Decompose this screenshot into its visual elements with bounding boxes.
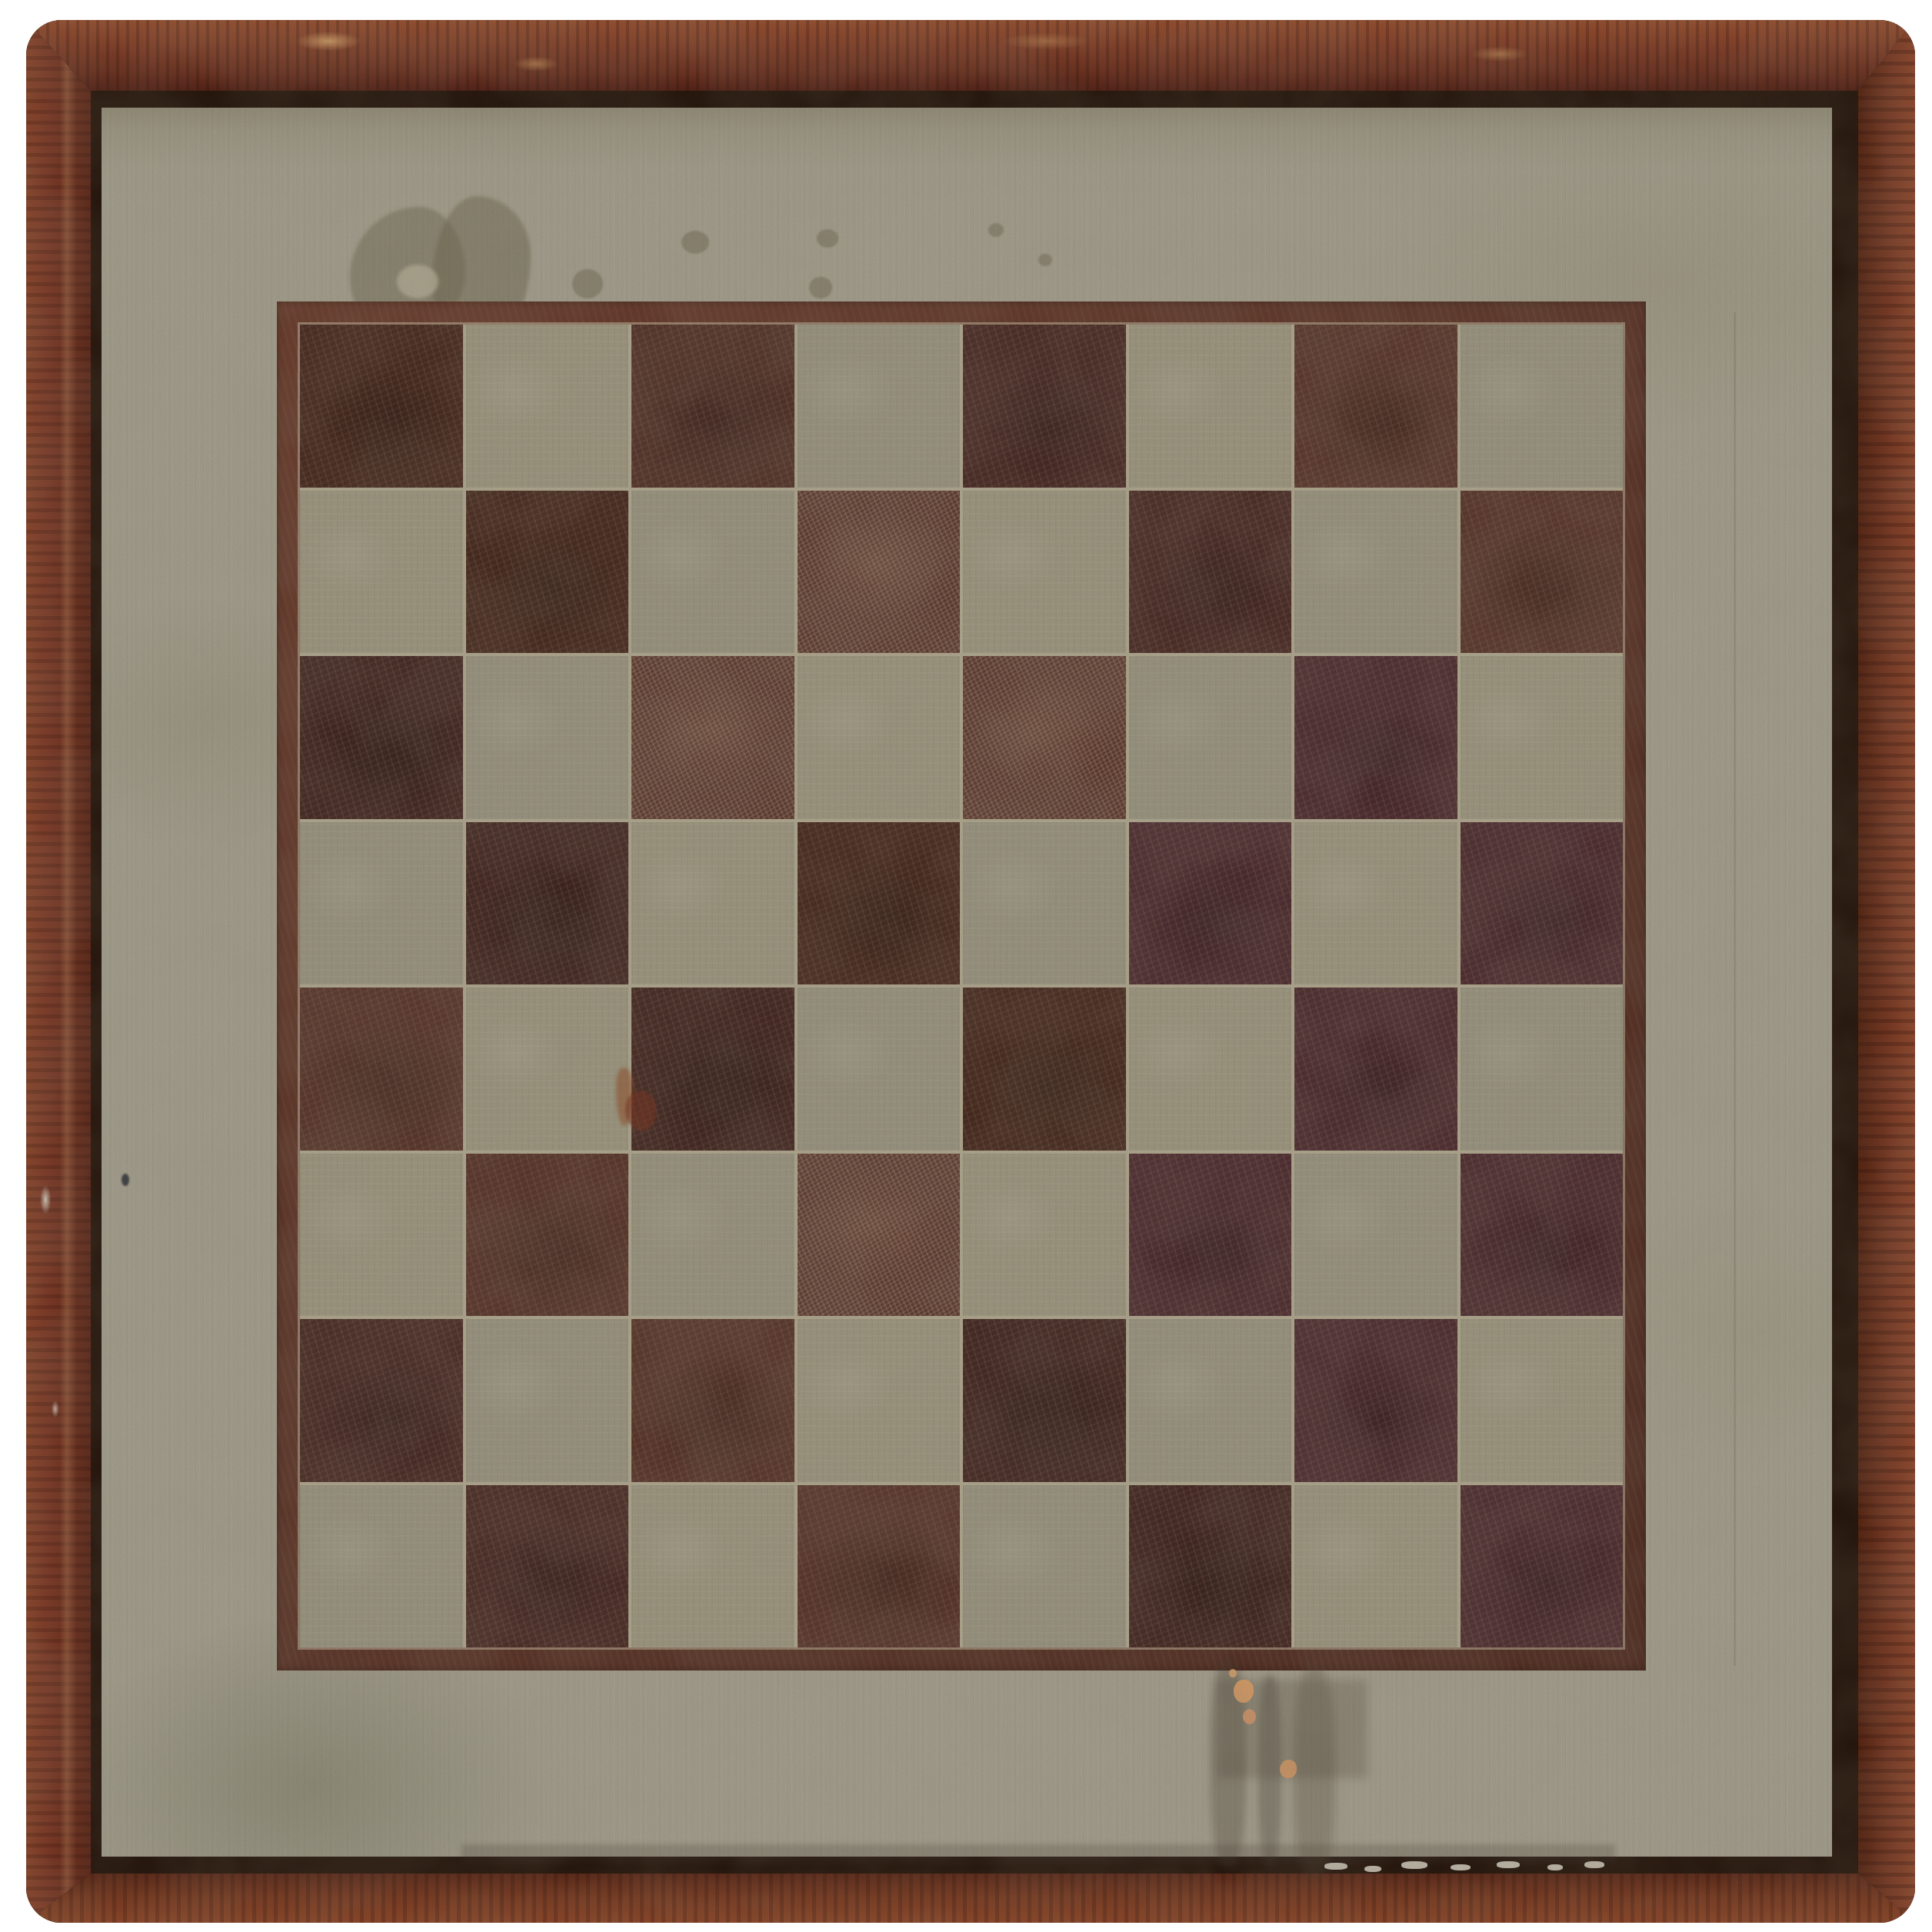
square-f5[interactable] bbox=[1129, 822, 1292, 985]
square-h6[interactable] bbox=[1461, 656, 1624, 819]
square-b5[interactable] bbox=[466, 822, 629, 985]
frame-right-rail bbox=[1858, 20, 1915, 1923]
checkerboard-grid bbox=[300, 325, 1623, 1647]
square-g3[interactable] bbox=[1294, 1154, 1457, 1317]
square-h1[interactable] bbox=[1461, 1485, 1624, 1648]
square-d7[interactable] bbox=[798, 491, 961, 654]
square-f1[interactable] bbox=[1129, 1485, 1292, 1648]
square-d1[interactable] bbox=[798, 1485, 961, 1648]
square-b1[interactable] bbox=[466, 1485, 629, 1648]
square-h4[interactable] bbox=[1461, 988, 1624, 1151]
frame-left-rail bbox=[26, 20, 91, 1923]
square-d3[interactable] bbox=[798, 1154, 961, 1317]
square-f2[interactable] bbox=[1129, 1319, 1292, 1482]
square-e5[interactable] bbox=[963, 822, 1126, 985]
square-b2[interactable] bbox=[466, 1319, 629, 1482]
square-h8[interactable] bbox=[1461, 325, 1624, 488]
square-e6[interactable] bbox=[963, 656, 1126, 819]
square-b7[interactable] bbox=[466, 491, 629, 654]
square-g5[interactable] bbox=[1294, 822, 1457, 985]
square-d2[interactable] bbox=[798, 1319, 961, 1482]
square-a2[interactable] bbox=[300, 1319, 463, 1482]
square-c5[interactable] bbox=[631, 822, 794, 985]
square-d8[interactable] bbox=[798, 325, 961, 488]
square-a5[interactable] bbox=[300, 822, 463, 985]
square-a8[interactable] bbox=[300, 325, 463, 488]
square-e8[interactable] bbox=[963, 325, 1126, 488]
square-a6[interactable] bbox=[300, 656, 463, 819]
square-g7[interactable] bbox=[1294, 491, 1457, 654]
square-c6[interactable] bbox=[631, 656, 794, 819]
grid-border bbox=[277, 301, 1646, 1671]
square-f4[interactable] bbox=[1129, 988, 1292, 1151]
square-e2[interactable] bbox=[963, 1319, 1126, 1482]
square-g8[interactable] bbox=[1294, 325, 1457, 488]
game-board bbox=[26, 20, 1915, 1923]
square-b6[interactable] bbox=[466, 656, 629, 819]
frame-top-rail bbox=[26, 20, 1915, 91]
square-g2[interactable] bbox=[1294, 1319, 1457, 1482]
square-c2[interactable] bbox=[631, 1319, 794, 1482]
square-e7[interactable] bbox=[963, 491, 1126, 654]
square-d4[interactable] bbox=[798, 988, 961, 1151]
square-g6[interactable] bbox=[1294, 656, 1457, 819]
square-f8[interactable] bbox=[1129, 325, 1292, 488]
square-c7[interactable] bbox=[631, 491, 794, 654]
square-g1[interactable] bbox=[1294, 1485, 1457, 1648]
square-d6[interactable] bbox=[798, 656, 961, 819]
square-a4[interactable] bbox=[300, 988, 463, 1151]
square-h2[interactable] bbox=[1461, 1319, 1624, 1482]
square-h7[interactable] bbox=[1461, 491, 1624, 654]
square-f7[interactable] bbox=[1129, 491, 1292, 654]
square-b3[interactable] bbox=[466, 1154, 629, 1317]
square-e1[interactable] bbox=[963, 1485, 1126, 1648]
square-c8[interactable] bbox=[631, 325, 794, 488]
square-c1[interactable] bbox=[631, 1485, 794, 1648]
square-a7[interactable] bbox=[300, 491, 463, 654]
square-b4[interactable] bbox=[466, 988, 629, 1151]
square-f6[interactable] bbox=[1129, 656, 1292, 819]
square-h3[interactable] bbox=[1461, 1154, 1624, 1317]
photo-background bbox=[0, 0, 1932, 1932]
square-g4[interactable] bbox=[1294, 988, 1457, 1151]
square-a1[interactable] bbox=[300, 1485, 463, 1648]
square-b8[interactable] bbox=[466, 325, 629, 488]
square-a3[interactable] bbox=[300, 1154, 463, 1317]
frame-bottom-rail bbox=[26, 1874, 1915, 1923]
square-h5[interactable] bbox=[1461, 822, 1624, 985]
square-c3[interactable] bbox=[631, 1154, 794, 1317]
square-e3[interactable] bbox=[963, 1154, 1126, 1317]
square-d5[interactable] bbox=[798, 822, 961, 985]
square-e4[interactable] bbox=[963, 988, 1126, 1151]
square-f3[interactable] bbox=[1129, 1154, 1292, 1317]
square-c4[interactable] bbox=[631, 988, 794, 1151]
